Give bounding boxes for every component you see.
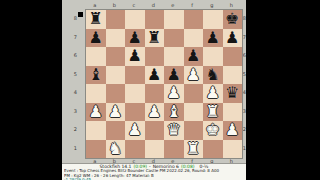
square-d2[interactable]: [145, 121, 165, 140]
square-e2[interactable]: ♛: [164, 121, 184, 140]
coordinate-label: d: [144, 1, 164, 9]
square-a5[interactable]: ♝: [86, 66, 106, 85]
black-king: ♚: [223, 10, 243, 29]
square-h8[interactable]: ♚: [223, 10, 243, 29]
square-e6[interactable]: [164, 47, 184, 66]
square-b7[interactable]: [106, 29, 126, 48]
square-c7[interactable]: ♟: [125, 29, 145, 48]
square-e4[interactable]: ♟: [164, 84, 184, 103]
square-e8[interactable]: [164, 10, 184, 29]
square-d1[interactable]: [145, 140, 165, 159]
coordinate-label: b: [105, 1, 125, 9]
chess-gui: abcdefgh abcdefgh 87654321 87654321 ♜♚♟♟…: [62, 0, 246, 180]
square-h4[interactable]: ♛: [223, 84, 243, 103]
square-g4[interactable]: ♟: [203, 84, 223, 103]
black-pawn: ♟: [145, 66, 165, 85]
square-a4[interactable]: [86, 84, 106, 103]
square-b1[interactable]: ♞: [106, 140, 126, 159]
game-info-bar: Stockfish 14.1 (0:09) - Nemorino 6 (0:08…: [62, 163, 246, 180]
square-f6[interactable]: ♟: [184, 47, 204, 66]
coordinate-label: a: [85, 1, 105, 9]
white-pawn: ♟: [145, 103, 165, 122]
square-c6[interactable]: ♟: [125, 47, 145, 66]
square-f4[interactable]: [184, 84, 204, 103]
square-f2[interactable]: [184, 121, 204, 140]
square-e1[interactable]: [164, 140, 184, 159]
square-d5[interactable]: ♟: [145, 66, 165, 85]
square-h6[interactable]: [223, 47, 243, 66]
square-f1[interactable]: ♜: [184, 140, 204, 159]
square-e5[interactable]: ♟: [164, 66, 184, 85]
white-pawn: ♟: [203, 84, 223, 103]
black-pawn: ♟: [86, 29, 106, 48]
square-f7[interactable]: [184, 29, 204, 48]
square-e3[interactable]: ♝: [164, 103, 184, 122]
square-b5[interactable]: [106, 66, 126, 85]
square-b8[interactable]: [106, 10, 126, 29]
square-f3[interactable]: [184, 103, 204, 122]
square-g6[interactable]: [203, 47, 223, 66]
white-pawn: ♟: [86, 103, 106, 122]
white-pawn: ♟: [184, 66, 204, 85]
coordinate-label: 7: [68, 28, 77, 47]
square-c4[interactable]: [125, 84, 145, 103]
black-pawn: ♟: [184, 47, 204, 66]
square-e7[interactable]: [164, 29, 184, 48]
square-h2[interactable]: ♟: [223, 121, 243, 140]
square-c3[interactable]: [125, 103, 145, 122]
white-bishop: ♝: [164, 103, 184, 122]
square-b2[interactable]: [106, 121, 126, 140]
square-d3[interactable]: ♟: [145, 103, 165, 122]
square-d8[interactable]: [145, 10, 165, 29]
black-rook: ♜: [145, 29, 165, 48]
coordinate-label: 4: [68, 83, 77, 102]
square-h1[interactable]: [223, 140, 243, 159]
square-d6[interactable]: [145, 47, 165, 66]
coordinate-label: 2: [68, 120, 77, 139]
square-h5[interactable]: [223, 66, 243, 85]
engine-eval-line: -1.28/29 0:45: [64, 178, 244, 180]
square-g2[interactable]: ♚: [203, 121, 223, 140]
white-pawn: ♟: [164, 84, 184, 103]
square-g7[interactable]: ♟: [203, 29, 223, 48]
white-knight: ♞: [106, 140, 126, 159]
coordinate-label: 8: [68, 9, 77, 28]
coordinate-label: h: [222, 1, 242, 9]
coordinate-label: g: [202, 1, 222, 9]
square-a1[interactable]: [86, 140, 106, 159]
side-to-move-indicator: [78, 12, 83, 17]
black-knight: ♞: [203, 66, 223, 85]
square-h3[interactable]: [223, 103, 243, 122]
white-king: ♚: [203, 121, 223, 140]
square-c5[interactable]: [125, 66, 145, 85]
file-labels-top: abcdefgh: [85, 1, 241, 9]
square-h7[interactable]: ♟: [223, 29, 243, 48]
rank-labels-left: 87654321: [68, 9, 77, 157]
white-queen: ♛: [164, 121, 184, 140]
square-d4[interactable]: [145, 84, 165, 103]
square-c8[interactable]: [125, 10, 145, 29]
black-bishop: ♝: [86, 66, 106, 85]
square-a7[interactable]: ♟: [86, 29, 106, 48]
black-pawn: ♟: [203, 29, 223, 48]
coordinate-label: e: [163, 1, 183, 9]
coordinate-label: c: [124, 1, 144, 9]
white-pawn: ♟: [223, 121, 243, 140]
black-pawn: ♟: [164, 66, 184, 85]
square-g3[interactable]: ♜: [203, 103, 223, 122]
white-rook: ♜: [203, 103, 223, 122]
square-d7[interactable]: ♜: [145, 29, 165, 48]
coordinate-label: 3: [68, 102, 77, 121]
video-frame: abcdefgh abcdefgh 87654321 87654321 ♜♚♟♟…: [0, 0, 320, 180]
square-c2[interactable]: ♟: [125, 121, 145, 140]
square-a3[interactable]: ♟: [86, 103, 106, 122]
square-b4[interactable]: [106, 84, 126, 103]
white-rook: ♜: [184, 140, 204, 159]
white-pawn: ♟: [106, 103, 126, 122]
black-pawn: ♟: [125, 47, 145, 66]
square-g1[interactable]: [203, 140, 223, 159]
square-g8[interactable]: [203, 10, 223, 29]
black-queen: ♛: [223, 84, 243, 103]
black-pawn: ♟: [223, 29, 243, 48]
coordinate-label: 5: [68, 65, 77, 84]
square-g5[interactable]: ♞: [203, 66, 223, 85]
black-rook: ♜: [86, 10, 106, 29]
white-pawn: ♟: [125, 121, 145, 140]
square-b6[interactable]: [106, 47, 126, 66]
square-a2[interactable]: [86, 121, 106, 140]
square-c1[interactable]: [125, 140, 145, 159]
square-f8[interactable]: [184, 10, 204, 29]
coordinate-label: 1: [68, 139, 77, 158]
coordinate-label: 6: [68, 46, 77, 65]
black-pawn: ♟: [125, 29, 145, 48]
square-b3[interactable]: ♟: [106, 103, 126, 122]
square-a6[interactable]: [86, 47, 106, 66]
coordinate-label: f: [183, 1, 203, 9]
chess-board: ♜♚♟♟♜♟♟♟♟♝♟♟♟♞♟♟♛♟♟♟♝♜♟♛♚♟♞♜: [85, 9, 243, 159]
square-f5[interactable]: ♟: [184, 66, 204, 85]
square-a8[interactable]: ♜: [86, 10, 106, 29]
